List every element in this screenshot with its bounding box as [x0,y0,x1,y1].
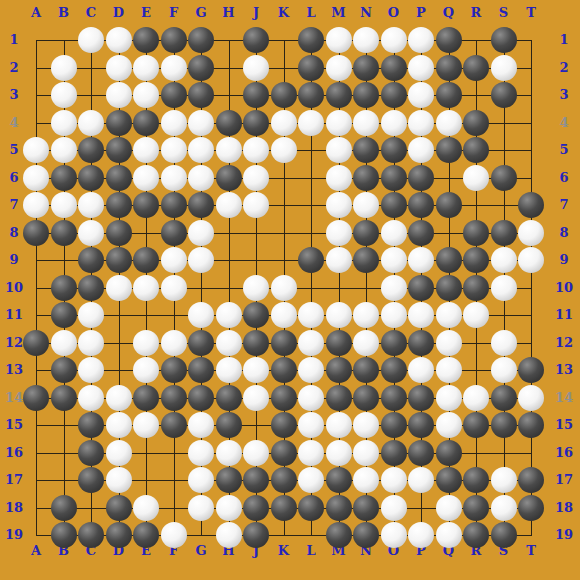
white-stone-G8 [188,220,214,246]
black-stone-B13 [51,357,77,383]
white-stone-N12 [353,330,379,356]
row-label-left-3: 3 [2,87,26,103]
black-stone-M12 [326,330,352,356]
white-stone-P11 [408,302,434,328]
black-stone-H17 [216,467,242,493]
black-stone-E4 [133,110,159,136]
white-stone-S2 [491,55,517,81]
black-stone-G13 [188,357,214,383]
white-stone-E6 [133,165,159,191]
white-stone-M15 [326,412,352,438]
white-stone-B5 [51,137,77,163]
white-stone-E15 [133,412,159,438]
white-stone-F4 [161,110,187,136]
black-stone-F14 [161,385,187,411]
white-stone-M2 [326,55,352,81]
black-stone-E7 [133,192,159,218]
white-stone-F9 [161,247,187,273]
black-stone-H14 [216,385,242,411]
black-stone-P10 [408,275,434,301]
white-stone-F2 [161,55,187,81]
white-stone-D10 [106,275,132,301]
black-stone-D7 [106,192,132,218]
white-stone-H7 [216,192,242,218]
black-stone-M18 [326,495,352,521]
white-stone-H19 [216,522,242,548]
black-stone-B6 [51,165,77,191]
black-stone-E9 [133,247,159,273]
black-stone-D8 [106,220,132,246]
col-label-bottom-K: K [276,543,292,559]
white-stone-Q19 [436,522,462,548]
white-stone-D3 [106,82,132,108]
white-stone-P9 [408,247,434,273]
black-stone-N9 [353,247,379,273]
black-stone-S6 [491,165,517,191]
black-stone-G1 [188,27,214,53]
white-stone-O1 [381,27,407,53]
goban[interactable]: AABBCCDDEEFFGGHHJJKKLLMMNNOOPPQQRRSSTT11… [0,0,580,580]
black-stone-N6 [353,165,379,191]
white-stone-D14 [106,385,132,411]
white-stone-L17 [298,467,324,493]
white-stone-G17 [188,467,214,493]
white-stone-L15 [298,412,324,438]
black-stone-R5 [463,137,489,163]
black-stone-K3 [271,82,297,108]
row-label-right-2: 2 [552,60,576,76]
black-stone-S15 [491,412,517,438]
white-stone-J13 [243,357,269,383]
row-label-left-19: 19 [2,527,26,543]
row-label-right-18: 18 [552,500,576,516]
black-stone-B10 [51,275,77,301]
white-stone-S10 [491,275,517,301]
white-stone-L11 [298,302,324,328]
col-label-top-L: L [303,5,319,21]
white-stone-P19 [408,522,434,548]
white-stone-O19 [381,522,407,548]
black-stone-M13 [326,357,352,383]
white-stone-D1 [106,27,132,53]
black-stone-O14 [381,385,407,411]
row-label-left-15: 15 [2,417,26,433]
white-stone-B3 [51,82,77,108]
black-stone-F7 [161,192,187,218]
black-stone-O6 [381,165,407,191]
white-stone-K5 [271,137,297,163]
white-stone-H11 [216,302,242,328]
black-stone-O13 [381,357,407,383]
white-stone-H18 [216,495,242,521]
white-stone-E13 [133,357,159,383]
white-stone-M6 [326,165,352,191]
black-stone-N19 [353,522,379,548]
black-stone-F3 [161,82,187,108]
black-stone-Q16 [436,440,462,466]
black-stone-A14 [23,385,49,411]
white-stone-T8 [518,220,544,246]
white-stone-J14 [243,385,269,411]
row-label-right-7: 7 [552,197,576,213]
black-stone-B14 [51,385,77,411]
black-stone-L9 [298,247,324,273]
white-stone-S18 [491,495,517,521]
row-label-left-18: 18 [2,500,26,516]
white-stone-C8 [78,220,104,246]
col-label-top-A: A [28,5,44,21]
row-label-right-1: 1 [552,32,576,48]
white-stone-C14 [78,385,104,411]
black-stone-R9 [463,247,489,273]
white-stone-G5 [188,137,214,163]
white-stone-D15 [106,412,132,438]
black-stone-E1 [133,27,159,53]
white-stone-M4 [326,110,352,136]
white-stone-J10 [243,275,269,301]
white-stone-R11 [463,302,489,328]
row-label-right-14: 14 [552,390,576,406]
white-stone-N15 [353,412,379,438]
col-label-top-T: T [523,5,539,21]
black-stone-O2 [381,55,407,81]
black-stone-Q3 [436,82,462,108]
white-stone-Q14 [436,385,462,411]
black-stone-P14 [408,385,434,411]
col-label-top-O: O [386,5,402,21]
col-label-bottom-G: G [193,543,209,559]
white-stone-R6 [463,165,489,191]
white-stone-P5 [408,137,434,163]
col-label-top-N: N [358,5,374,21]
col-label-top-B: B [56,5,72,21]
black-stone-Q7 [436,192,462,218]
black-stone-P12 [408,330,434,356]
black-stone-S14 [491,385,517,411]
white-stone-K10 [271,275,297,301]
row-label-right-6: 6 [552,170,576,186]
row-label-right-3: 3 [552,87,576,103]
black-stone-C6 [78,165,104,191]
white-stone-J6 [243,165,269,191]
white-stone-B4 [51,110,77,136]
black-stone-Q2 [436,55,462,81]
white-stone-E5 [133,137,159,163]
black-stone-N2 [353,55,379,81]
black-stone-A8 [23,220,49,246]
row-label-left-11: 11 [2,307,26,323]
white-stone-Q13 [436,357,462,383]
white-stone-P3 [408,82,434,108]
black-stone-K16 [271,440,297,466]
white-stone-K11 [271,302,297,328]
white-stone-C11 [78,302,104,328]
white-stone-Q18 [436,495,462,521]
black-stone-F1 [161,27,187,53]
black-stone-T17 [518,467,544,493]
white-stone-J2 [243,55,269,81]
black-stone-N13 [353,357,379,383]
black-stone-N14 [353,385,379,411]
black-stone-T7 [518,192,544,218]
white-stone-T14 [518,385,544,411]
black-stone-D9 [106,247,132,273]
white-stone-E3 [133,82,159,108]
white-stone-C12 [78,330,104,356]
black-stone-K12 [271,330,297,356]
row-label-right-5: 5 [552,142,576,158]
white-stone-N4 [353,110,379,136]
white-stone-M11 [326,302,352,328]
white-stone-E10 [133,275,159,301]
black-stone-B18 [51,495,77,521]
white-stone-S9 [491,247,517,273]
black-stone-M17 [326,467,352,493]
black-stone-O3 [381,82,407,108]
white-stone-O11 [381,302,407,328]
black-stone-G12 [188,330,214,356]
grid-line-vertical [531,40,532,536]
white-stone-H5 [216,137,242,163]
row-label-left-10: 10 [2,280,26,296]
white-stone-R14 [463,385,489,411]
black-stone-E19 [133,522,159,548]
white-stone-A7 [23,192,49,218]
col-label-bottom-L: L [303,543,319,559]
black-stone-R18 [463,495,489,521]
black-stone-D4 [106,110,132,136]
row-label-right-13: 13 [552,362,576,378]
white-stone-B7 [51,192,77,218]
black-stone-G2 [188,55,214,81]
black-stone-H4 [216,110,242,136]
black-stone-G14 [188,385,214,411]
col-label-top-G: G [193,5,209,21]
white-stone-D2 [106,55,132,81]
black-stone-J3 [243,82,269,108]
black-stone-J4 [243,110,269,136]
row-label-right-11: 11 [552,307,576,323]
black-stone-M14 [326,385,352,411]
white-stone-E18 [133,495,159,521]
black-stone-S8 [491,220,517,246]
white-stone-P17 [408,467,434,493]
black-stone-K18 [271,495,297,521]
white-stone-S12 [491,330,517,356]
white-stone-J16 [243,440,269,466]
white-stone-C1 [78,27,104,53]
black-stone-T15 [518,412,544,438]
black-stone-C9 [78,247,104,273]
white-stone-P4 [408,110,434,136]
white-stone-O10 [381,275,407,301]
row-label-left-9: 9 [2,252,26,268]
black-stone-N5 [353,137,379,163]
white-stone-A5 [23,137,49,163]
black-stone-P16 [408,440,434,466]
black-stone-S3 [491,82,517,108]
white-stone-M8 [326,220,352,246]
white-stone-N7 [353,192,379,218]
row-label-right-16: 16 [552,445,576,461]
col-label-bottom-T: T [523,543,539,559]
white-stone-S17 [491,467,517,493]
black-stone-F13 [161,357,187,383]
black-stone-O12 [381,330,407,356]
white-stone-P13 [408,357,434,383]
white-stone-B12 [51,330,77,356]
white-stone-C7 [78,192,104,218]
white-stone-H16 [216,440,242,466]
black-stone-D5 [106,137,132,163]
black-stone-A12 [23,330,49,356]
white-stone-L13 [298,357,324,383]
white-stone-G18 [188,495,214,521]
black-stone-C5 [78,137,104,163]
black-stone-M19 [326,522,352,548]
black-stone-B19 [51,522,77,548]
black-stone-G7 [188,192,214,218]
white-stone-A6 [23,165,49,191]
white-stone-O9 [381,247,407,273]
black-stone-N8 [353,220,379,246]
black-stone-J12 [243,330,269,356]
black-stone-K17 [271,467,297,493]
black-stone-T18 [518,495,544,521]
row-label-left-16: 16 [2,445,26,461]
white-stone-M9 [326,247,352,273]
row-label-left-2: 2 [2,60,26,76]
black-stone-D19 [106,522,132,548]
black-stone-F15 [161,412,187,438]
black-stone-Q1 [436,27,462,53]
white-stone-L16 [298,440,324,466]
white-stone-L12 [298,330,324,356]
white-stone-F12 [161,330,187,356]
black-stone-R10 [463,275,489,301]
black-stone-S19 [491,522,517,548]
white-stone-F5 [161,137,187,163]
row-label-right-10: 10 [552,280,576,296]
white-stone-Q12 [436,330,462,356]
row-label-right-19: 19 [552,527,576,543]
black-stone-Q10 [436,275,462,301]
white-stone-J5 [243,137,269,163]
black-stone-Q9 [436,247,462,273]
white-stone-M16 [326,440,352,466]
black-stone-N3 [353,82,379,108]
black-stone-K15 [271,412,297,438]
white-stone-M1 [326,27,352,53]
black-stone-Q5 [436,137,462,163]
black-stone-K14 [271,385,297,411]
white-stone-N16 [353,440,379,466]
black-stone-J19 [243,522,269,548]
black-stone-R15 [463,412,489,438]
black-stone-T13 [518,357,544,383]
white-stone-P1 [408,27,434,53]
white-stone-H13 [216,357,242,383]
white-stone-G16 [188,440,214,466]
row-label-left-17: 17 [2,472,26,488]
white-stone-K4 [271,110,297,136]
white-stone-N17 [353,467,379,493]
white-stone-B2 [51,55,77,81]
black-stone-S1 [491,27,517,53]
row-label-right-15: 15 [552,417,576,433]
col-label-top-D: D [111,5,127,21]
black-stone-E14 [133,385,159,411]
white-stone-O8 [381,220,407,246]
black-stone-Q17 [436,467,462,493]
white-stone-F10 [161,275,187,301]
black-stone-P6 [408,165,434,191]
white-stone-G4 [188,110,214,136]
white-stone-L14 [298,385,324,411]
white-stone-G11 [188,302,214,328]
black-stone-C17 [78,467,104,493]
black-stone-J1 [243,27,269,53]
white-stone-Q11 [436,302,462,328]
black-stone-H15 [216,412,242,438]
white-stone-O18 [381,495,407,521]
black-stone-D6 [106,165,132,191]
black-stone-O7 [381,192,407,218]
black-stone-R2 [463,55,489,81]
black-stone-J17 [243,467,269,493]
white-stone-D16 [106,440,132,466]
col-label-top-E: E [138,5,154,21]
row-label-left-1: 1 [2,32,26,48]
col-label-bottom-A: A [28,543,44,559]
black-stone-L18 [298,495,324,521]
white-stone-F19 [161,522,187,548]
black-stone-L3 [298,82,324,108]
white-stone-M7 [326,192,352,218]
white-stone-E12 [133,330,159,356]
col-label-top-K: K [276,5,292,21]
black-stone-O16 [381,440,407,466]
black-stone-R19 [463,522,489,548]
white-stone-O4 [381,110,407,136]
black-stone-H6 [216,165,242,191]
col-label-top-F: F [166,5,182,21]
black-stone-R4 [463,110,489,136]
row-label-right-4: 4 [552,115,576,131]
black-stone-L2 [298,55,324,81]
black-stone-F8 [161,220,187,246]
black-stone-N18 [353,495,379,521]
col-label-top-Q: Q [441,5,457,21]
white-stone-G9 [188,247,214,273]
white-stone-D17 [106,467,132,493]
white-stone-C4 [78,110,104,136]
col-label-top-C: C [83,5,99,21]
white-stone-S13 [491,357,517,383]
col-label-top-P: P [413,5,429,21]
row-label-right-17: 17 [552,472,576,488]
white-stone-N11 [353,302,379,328]
grid-line-vertical [36,40,37,536]
white-stone-T9 [518,247,544,273]
white-stone-Q4 [436,110,462,136]
black-stone-C16 [78,440,104,466]
white-stone-F6 [161,165,187,191]
black-stone-R8 [463,220,489,246]
col-label-top-S: S [496,5,512,21]
white-stone-C13 [78,357,104,383]
black-stone-K13 [271,357,297,383]
